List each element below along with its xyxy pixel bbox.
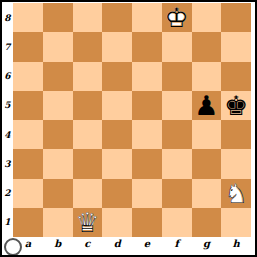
square-h8[interactable]	[221, 3, 251, 32]
black-king[interactable]: ♚	[224, 92, 248, 119]
square-g8[interactable]	[192, 3, 222, 32]
file-label-d: d	[102, 238, 132, 254]
square-d1[interactable]	[102, 208, 132, 237]
square-b8[interactable]	[43, 3, 73, 32]
square-f8[interactable]: ♚♔	[162, 3, 192, 32]
square-f2[interactable]	[162, 179, 192, 208]
square-e7[interactable]	[132, 32, 162, 61]
square-f5[interactable]	[162, 91, 192, 120]
square-d6[interactable]	[102, 62, 132, 91]
square-f4[interactable]	[162, 120, 192, 149]
rank-label-4: 4	[2, 120, 13, 149]
rank-label-5: 5	[2, 91, 13, 120]
rank-label-6: 6	[2, 62, 13, 91]
black-pawn[interactable]: ♟	[194, 92, 218, 119]
square-h6[interactable]	[221, 62, 251, 91]
chess-board[interactable]: ♚♔♟♚♞♘♛♕	[13, 3, 251, 237]
square-g1[interactable]	[192, 208, 222, 237]
square-d2[interactable]	[102, 179, 132, 208]
square-e8[interactable]	[132, 3, 162, 32]
square-f3[interactable]	[162, 149, 192, 178]
square-a3[interactable]	[13, 149, 43, 178]
square-e2[interactable]	[132, 179, 162, 208]
square-e3[interactable]	[132, 149, 162, 178]
file-label-b: b	[43, 238, 73, 254]
square-g2[interactable]	[192, 179, 222, 208]
rank-labels: 87654321	[2, 3, 13, 237]
square-d4[interactable]	[102, 120, 132, 149]
square-f1[interactable]	[162, 208, 192, 237]
white-knight[interactable]: ♞♘	[224, 180, 248, 207]
white-knight-outline: ♘	[224, 178, 248, 209]
file-label-f: f	[162, 238, 192, 254]
square-a8[interactable]	[13, 3, 43, 32]
square-f6[interactable]	[162, 62, 192, 91]
black-pawn-glyph: ♟	[194, 90, 218, 121]
square-a7[interactable]	[13, 32, 43, 61]
file-label-g: g	[192, 238, 222, 254]
square-e1[interactable]	[132, 208, 162, 237]
side-to-move-indicator	[4, 238, 22, 256]
square-b2[interactable]	[43, 179, 73, 208]
square-c1[interactable]: ♛♕	[73, 208, 103, 237]
square-b7[interactable]	[43, 32, 73, 61]
file-label-h: h	[221, 238, 251, 254]
square-c4[interactable]	[73, 120, 103, 149]
square-c8[interactable]	[73, 3, 103, 32]
rank-label-7: 7	[2, 32, 13, 61]
rank-label-8: 8	[2, 3, 13, 32]
square-g5[interactable]: ♟	[192, 91, 222, 120]
square-c5[interactable]	[73, 91, 103, 120]
square-b4[interactable]	[43, 120, 73, 149]
square-d8[interactable]	[102, 3, 132, 32]
square-h4[interactable]	[221, 120, 251, 149]
square-h1[interactable]	[221, 208, 251, 237]
square-c7[interactable]	[73, 32, 103, 61]
white-king-outline: ♔	[165, 2, 189, 33]
square-h7[interactable]	[221, 32, 251, 61]
square-c2[interactable]	[73, 179, 103, 208]
square-e5[interactable]	[132, 91, 162, 120]
square-c3[interactable]	[73, 149, 103, 178]
black-king-glyph: ♚	[224, 90, 248, 121]
square-h2[interactable]: ♞♘	[221, 179, 251, 208]
rank-label-1: 1	[2, 208, 13, 237]
square-b5[interactable]	[43, 91, 73, 120]
square-a6[interactable]	[13, 62, 43, 91]
white-queen-outline: ♕	[75, 207, 99, 238]
square-g3[interactable]	[192, 149, 222, 178]
white-queen[interactable]: ♛♕	[75, 209, 99, 236]
square-f7[interactable]	[162, 32, 192, 61]
square-b1[interactable]	[43, 208, 73, 237]
square-g4[interactable]	[192, 120, 222, 149]
rank-label-2: 2	[2, 179, 13, 208]
square-a1[interactable]	[13, 208, 43, 237]
square-d5[interactable]	[102, 91, 132, 120]
chess-diagram: 87654321 ♚♔♟♚♞♘♛♕ abcdefgh	[0, 0, 257, 257]
square-c6[interactable]	[73, 62, 103, 91]
square-e6[interactable]	[132, 62, 162, 91]
square-g7[interactable]	[192, 32, 222, 61]
square-a5[interactable]	[13, 91, 43, 120]
file-label-e: e	[132, 238, 162, 254]
square-a2[interactable]	[13, 179, 43, 208]
square-b3[interactable]	[43, 149, 73, 178]
square-d7[interactable]	[102, 32, 132, 61]
white-king[interactable]: ♚♔	[165, 4, 189, 31]
square-a4[interactable]	[13, 120, 43, 149]
square-e4[interactable]	[132, 120, 162, 149]
square-g6[interactable]	[192, 62, 222, 91]
file-label-c: c	[73, 238, 103, 254]
square-h3[interactable]	[221, 149, 251, 178]
square-d3[interactable]	[102, 149, 132, 178]
square-h5[interactable]: ♚	[221, 91, 251, 120]
file-labels: abcdefgh	[13, 238, 251, 254]
rank-label-3: 3	[2, 149, 13, 178]
square-b6[interactable]	[43, 62, 73, 91]
